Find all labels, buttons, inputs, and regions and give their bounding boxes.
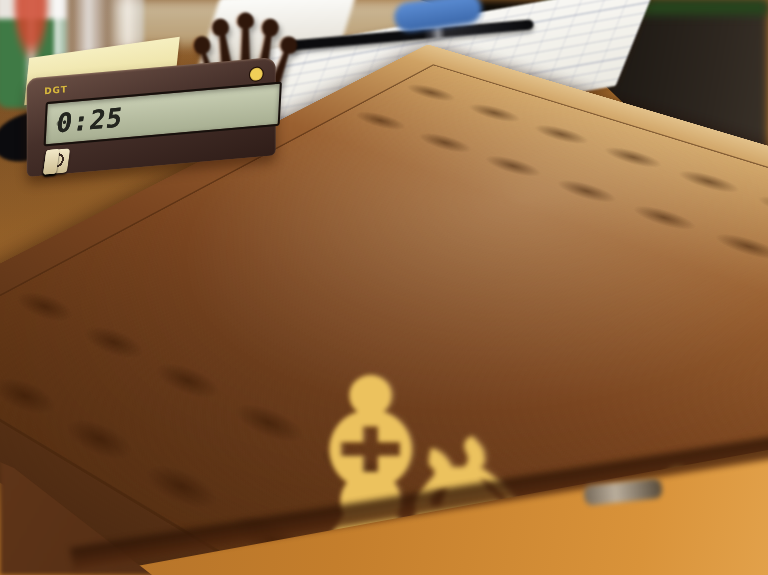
right-player-time: 0:25 xyxy=(54,102,125,138)
piece-black-pawn: ♟ xyxy=(686,115,768,254)
clock-logo-icon xyxy=(248,66,263,82)
tournament-table-photo: ♛ ♜♞♝♛♚♝♞♜♟♟♟♟♟♟♟♟♟♟♟♟♟♟♟♟♜♞♝♛♚♝♞♜ DGT 0… xyxy=(0,0,768,575)
chess-clock: DGT 0:25 0:25 xyxy=(22,51,280,176)
clock-button xyxy=(43,149,59,175)
clock-brand-label: DGT xyxy=(44,84,68,96)
